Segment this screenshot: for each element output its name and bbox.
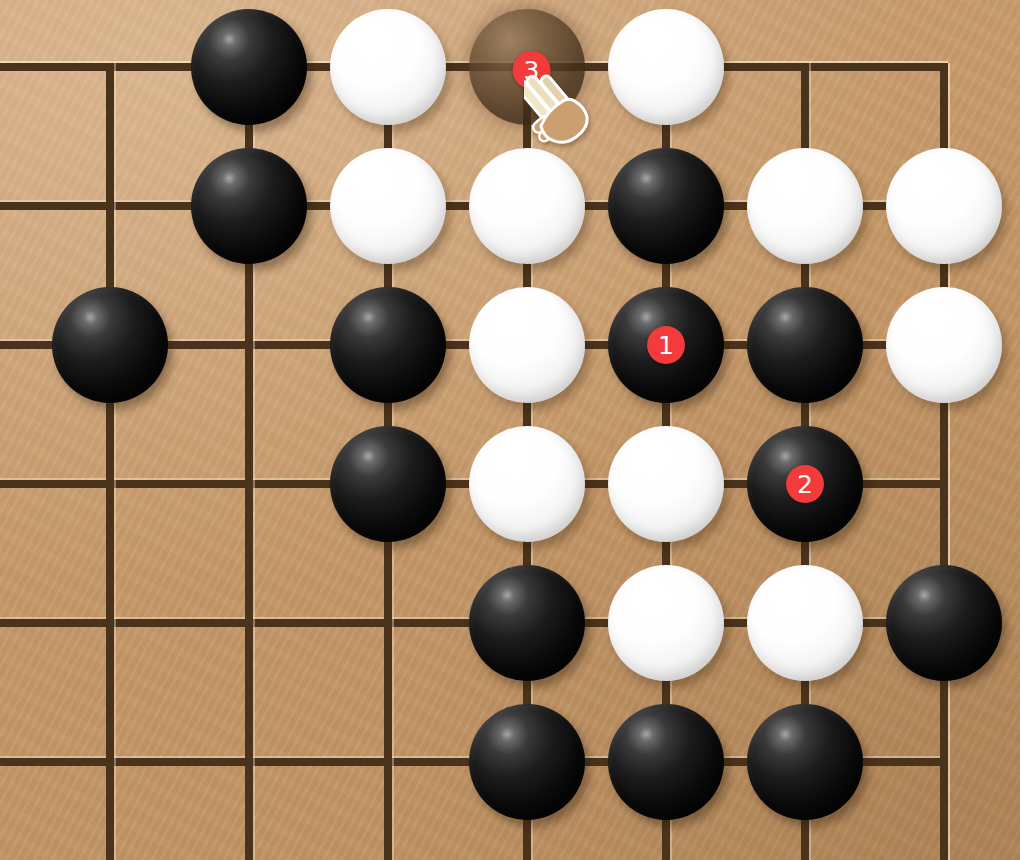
white-stone: [747, 148, 863, 264]
black-stone: [747, 704, 863, 820]
white-stone: [330, 9, 446, 125]
black-stone: 1: [608, 287, 724, 403]
black-stone: [608, 148, 724, 264]
white-stone: [608, 426, 724, 542]
black-stone: 2: [747, 426, 863, 542]
white-stone: [330, 148, 446, 264]
move-number-badge: 2: [786, 465, 824, 503]
tap-hand-icon: [524, 70, 598, 164]
black-stone: [886, 565, 1002, 681]
white-stone: [469, 287, 585, 403]
black-stone: [191, 9, 307, 125]
black-stone: [608, 704, 724, 820]
black-stone: [330, 287, 446, 403]
grid-vline: [106, 63, 114, 860]
white-stone: [886, 148, 1002, 264]
black-stone: [330, 426, 446, 542]
black-stone: [469, 704, 585, 820]
tap-hand-cursor: [524, 70, 598, 168]
go-board[interactable]: 312: [0, 0, 1020, 860]
black-stone: [52, 287, 168, 403]
white-stone: [608, 9, 724, 125]
white-stone: [747, 565, 863, 681]
black-stone: [469, 565, 585, 681]
black-stone: [747, 287, 863, 403]
white-stone: [886, 287, 1002, 403]
black-stone: [191, 148, 307, 264]
white-stone: [608, 565, 724, 681]
white-stone: [469, 426, 585, 542]
move-number-badge: 1: [647, 326, 685, 364]
